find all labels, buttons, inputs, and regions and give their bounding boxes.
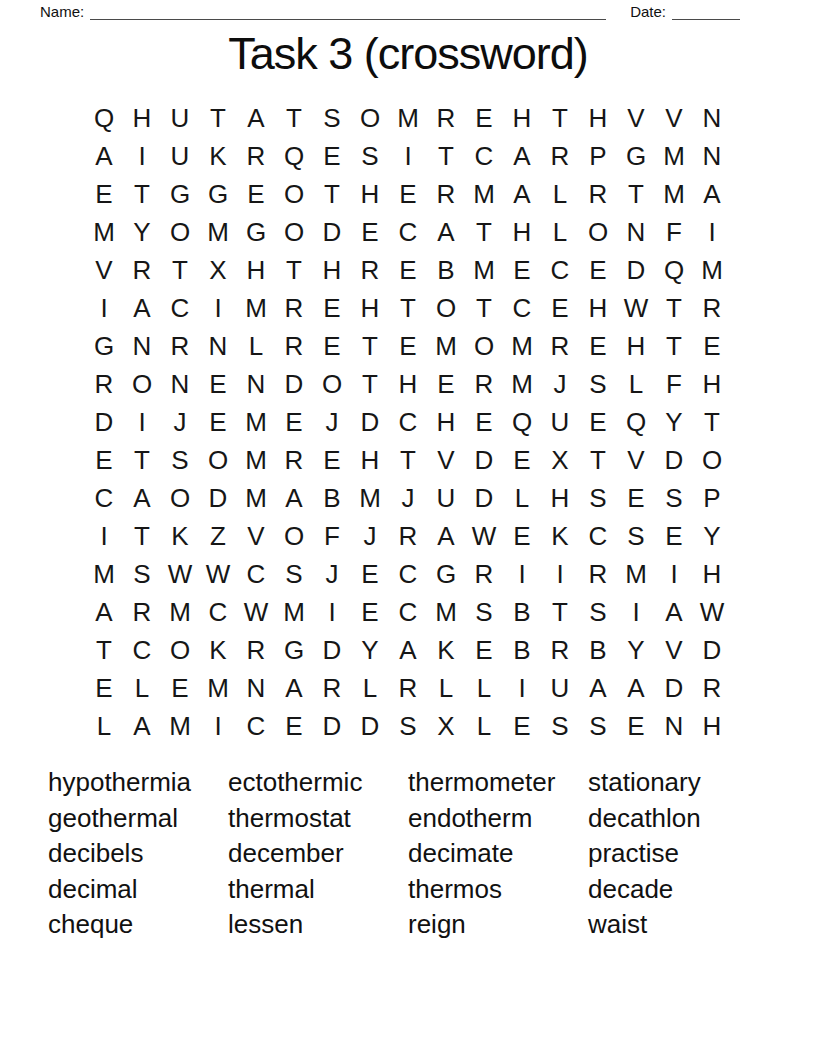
grid-cell-r16c13: U (541, 669, 579, 707)
grid-cell-r5c11: M (465, 251, 503, 289)
grid-cell-r2c6: Q (275, 137, 313, 175)
grid-cell-r14c8: E (351, 593, 389, 631)
grid-cell-r17c11: L (465, 707, 503, 745)
grid-cell-r5c14: E (579, 251, 617, 289)
grid-cell-r3c8: H (351, 175, 389, 213)
grid-cell-r16c4: M (199, 669, 237, 707)
grid-cell-r2c9: I (389, 137, 427, 175)
grid-cell-r2c14: P (579, 137, 617, 175)
grid-cell-r12c9: R (389, 517, 427, 555)
grid-cell-r1c8: O (351, 99, 389, 137)
grid-cell-r6c14: H (579, 289, 617, 327)
grid-cell-r8c16: F (655, 365, 693, 403)
grid-cell-r11c14: S (579, 479, 617, 517)
word-item: stationary (588, 765, 768, 801)
grid-cell-r1c10: R (427, 99, 465, 137)
grid-cell-r13c2: S (123, 555, 161, 593)
grid-cell-r14c13: T (541, 593, 579, 631)
grid-cell-r12c2: T (123, 517, 161, 555)
grid-cell-r15c9: A (389, 631, 427, 669)
grid-cell-r8c12: M (503, 365, 541, 403)
grid-cell-r8c11: R (465, 365, 503, 403)
word-item: waist (588, 907, 768, 943)
grid-cell-r6c9: T (389, 289, 427, 327)
grid-cell-r8c17: H (693, 365, 731, 403)
grid-cell-r10c5: M (237, 441, 275, 479)
grid-cell-r13c5: C (237, 555, 275, 593)
grid-cell-r8c3: N (161, 365, 199, 403)
word-item: decibels (48, 836, 228, 872)
grid-cell-r4c13: L (541, 213, 579, 251)
grid-cell-r4c5: G (237, 213, 275, 251)
grid-cell-r10c10: V (427, 441, 465, 479)
grid-cell-r9c7: J (313, 403, 351, 441)
worksheet-page: Name: Date: Task 3 (crossword) QHUTATSOM… (0, 0, 816, 1056)
grid-cell-r8c6: D (275, 365, 313, 403)
grid-cell-r3c14: R (579, 175, 617, 213)
grid-cell-r7c11: O (465, 327, 503, 365)
grid-cell-r6c16: T (655, 289, 693, 327)
grid-cell-r5c2: R (123, 251, 161, 289)
grid-cell-r6c2: A (123, 289, 161, 327)
grid-cell-r9c12: Q (503, 403, 541, 441)
word-item: thermal (228, 872, 408, 908)
grid-cell-r2c15: G (617, 137, 655, 175)
grid-cell-r14c17: W (693, 593, 731, 631)
grid-cell-r6c5: M (237, 289, 275, 327)
word-list-column-1: hypothermiageothermaldecibelsdecimalcheq… (48, 765, 228, 943)
grid-cell-r5c3: T (161, 251, 199, 289)
grid-cell-r12c17: Y (693, 517, 731, 555)
grid-cell-r17c3: M (161, 707, 199, 745)
grid-cell-r4c11: T (465, 213, 503, 251)
grid-cell-r13c1: M (85, 555, 123, 593)
grid-cell-r9c10: H (427, 403, 465, 441)
grid-cell-r7c7: E (313, 327, 351, 365)
grid-cell-r7c13: R (541, 327, 579, 365)
grid-cell-r1c16: V (655, 99, 693, 137)
grid-cell-r17c15: E (617, 707, 655, 745)
grid-cell-r9c5: M (237, 403, 275, 441)
grid-cell-r15c17: D (693, 631, 731, 669)
grid-cell-r15c13: R (541, 631, 579, 669)
grid-cell-r1c2: H (123, 99, 161, 137)
grid-cell-r1c15: V (617, 99, 655, 137)
grid-cell-r7c2: N (123, 327, 161, 365)
grid-cell-r4c3: O (161, 213, 199, 251)
grid-cell-r3c16: M (655, 175, 693, 213)
grid-cell-r12c13: K (541, 517, 579, 555)
word-item: december (228, 836, 408, 872)
grid-cell-r12c10: A (427, 517, 465, 555)
grid-cell-r4c9: C (389, 213, 427, 251)
grid-cell-r1c7: S (313, 99, 351, 137)
grid-cell-r3c2: T (123, 175, 161, 213)
grid-cell-r4c1: M (85, 213, 123, 251)
grid-cell-r4c12: H (503, 213, 541, 251)
grid-cell-r17c2: A (123, 707, 161, 745)
grid-cell-r14c10: M (427, 593, 465, 631)
grid-cell-r14c15: I (617, 593, 655, 631)
grid-cell-r3c1: E (85, 175, 123, 213)
grid-cell-r15c11: E (465, 631, 503, 669)
grid-cell-r9c1: D (85, 403, 123, 441)
grid-cell-r10c1: E (85, 441, 123, 479)
grid-cell-r13c14: R (579, 555, 617, 593)
grid-cell-r17c4: I (199, 707, 237, 745)
grid-cell-r7c6: R (275, 327, 313, 365)
grid-cell-r13c3: W (161, 555, 199, 593)
grid-cell-r16c12: I (503, 669, 541, 707)
grid-cell-r14c3: M (161, 593, 199, 631)
grid-cell-r12c8: J (351, 517, 389, 555)
grid-cell-r2c12: A (503, 137, 541, 175)
grid-cell-r9c11: E (465, 403, 503, 441)
grid-cell-r5c12: E (503, 251, 541, 289)
word-item: cheque (48, 907, 228, 943)
grid-cell-r4c2: Y (123, 213, 161, 251)
grid-cell-r6c1: I (85, 289, 123, 327)
grid-cell-r14c7: I (313, 593, 351, 631)
grid-cell-r16c17: R (693, 669, 731, 707)
grid-cell-r12c6: O (275, 517, 313, 555)
grid-cell-r4c14: O (579, 213, 617, 251)
grid-cell-r13c10: G (427, 555, 465, 593)
grid-cell-r2c5: R (237, 137, 275, 175)
grid-cell-r2c16: M (655, 137, 693, 175)
grid-cell-r10c11: D (465, 441, 503, 479)
grid-cell-r2c8: S (351, 137, 389, 175)
grid-cell-r10c3: S (161, 441, 199, 479)
grid-cell-r17c1: L (85, 707, 123, 745)
word-item: reign (408, 907, 588, 943)
grid-cell-r4c6: O (275, 213, 313, 251)
grid-cell-r9c2: I (123, 403, 161, 441)
grid-cell-r14c2: R (123, 593, 161, 631)
grid-cell-r16c7: R (313, 669, 351, 707)
grid-cell-r16c11: L (465, 669, 503, 707)
grid-cell-r12c15: S (617, 517, 655, 555)
grid-cell-r17c17: H (693, 707, 731, 745)
grid-cell-r14c12: B (503, 593, 541, 631)
grid-cell-r5c5: H (237, 251, 275, 289)
word-item: thermostat (228, 801, 408, 837)
grid-cell-r7c9: E (389, 327, 427, 365)
grid-cell-r16c1: E (85, 669, 123, 707)
grid-cell-r1c5: A (237, 99, 275, 137)
grid-cell-r2c2: I (123, 137, 161, 175)
grid-cell-r13c16: I (655, 555, 693, 593)
grid-cell-r9c15: Q (617, 403, 655, 441)
word-item: practise (588, 836, 768, 872)
word-item: geothermal (48, 801, 228, 837)
grid-cell-r10c13: X (541, 441, 579, 479)
grid-cell-r4c4: M (199, 213, 237, 251)
word-item: thermometer (408, 765, 588, 801)
grid-cell-r7c12: M (503, 327, 541, 365)
grid-cell-r9c3: J (161, 403, 199, 441)
grid-cell-r2c13: R (541, 137, 579, 175)
grid-cell-r13c7: J (313, 555, 351, 593)
grid-cell-r8c2: O (123, 365, 161, 403)
page-title: Task 3 (crossword) (0, 28, 816, 80)
grid-cell-r17c10: X (427, 707, 465, 745)
grid-cell-r14c14: S (579, 593, 617, 631)
grid-cell-r16c6: A (275, 669, 313, 707)
grid-cell-r7c10: M (427, 327, 465, 365)
grid-cell-r10c7: E (313, 441, 351, 479)
word-list-column-4: stationarydecathlonpractisedecadewaist (588, 765, 768, 943)
grid-cell-r16c10: L (427, 669, 465, 707)
grid-cell-r17c5: C (237, 707, 275, 745)
grid-cell-r5c16: Q (655, 251, 693, 289)
date-blank-line (672, 6, 740, 20)
grid-cell-r8c14: S (579, 365, 617, 403)
grid-cell-r14c6: M (275, 593, 313, 631)
grid-cell-r4c17: I (693, 213, 731, 251)
grid-cell-r8c9: H (389, 365, 427, 403)
grid-cell-r15c5: R (237, 631, 275, 669)
grid-cell-r5c17: M (693, 251, 731, 289)
grid-cell-r8c1: R (85, 365, 123, 403)
name-label: Name: (40, 3, 90, 20)
grid-cell-r13c6: S (275, 555, 313, 593)
word-list-column-3: thermometerendothermdecimatethermosreign (408, 765, 588, 943)
grid-cell-r10c2: T (123, 441, 161, 479)
grid-cell-r15c14: B (579, 631, 617, 669)
grid-cell-r8c15: L (617, 365, 655, 403)
grid-cell-r10c4: O (199, 441, 237, 479)
grid-cell-r10c12: E (503, 441, 541, 479)
grid-cell-r2c7: E (313, 137, 351, 175)
grid-cell-r6c4: I (199, 289, 237, 327)
grid-cell-r1c3: U (161, 99, 199, 137)
grid-cell-r5c7: H (313, 251, 351, 289)
grid-cell-r3c9: E (389, 175, 427, 213)
grid-cell-r3c15: T (617, 175, 655, 213)
grid-cell-r11c5: M (237, 479, 275, 517)
grid-cell-r1c4: T (199, 99, 237, 137)
grid-cell-r8c10: E (427, 365, 465, 403)
grid-cell-r16c2: L (123, 669, 161, 707)
name-blank-line (90, 6, 606, 20)
grid-cell-r14c5: W (237, 593, 275, 631)
date-label: Date: (630, 3, 672, 20)
grid-cell-r13c9: C (389, 555, 427, 593)
grid-cell-r11c11: D (465, 479, 503, 517)
grid-cell-r17c13: S (541, 707, 579, 745)
grid-cell-r7c3: R (161, 327, 199, 365)
grid-cell-r12c5: V (237, 517, 275, 555)
grid-cell-r13c11: R (465, 555, 503, 593)
grid-cell-r16c8: L (351, 669, 389, 707)
grid-cell-r6c3: C (161, 289, 199, 327)
grid-cell-r9c9: C (389, 403, 427, 441)
grid-cell-r12c11: W (465, 517, 503, 555)
grid-cell-r11c6: A (275, 479, 313, 517)
grid-cell-r15c7: D (313, 631, 351, 669)
grid-cell-r2c1: A (85, 137, 123, 175)
word-list: hypothermiageothermaldecibelsdecimalcheq… (48, 765, 816, 943)
grid-cell-r17c16: N (655, 707, 693, 745)
worksheet-header: Name: Date: (0, 0, 816, 20)
grid-cell-r3c13: L (541, 175, 579, 213)
grid-cell-r7c16: T (655, 327, 693, 365)
grid-cell-r1c13: T (541, 99, 579, 137)
grid-cell-r1c6: T (275, 99, 313, 137)
grid-cell-r16c5: N (237, 669, 275, 707)
grid-cell-r10c8: H (351, 441, 389, 479)
word-search-grid: QHUTATSOMREHTHVVNAIUKRQESITCARPGMNETGGEO… (85, 99, 731, 745)
grid-cell-r3c7: T (313, 175, 351, 213)
grid-cell-r12c12: E (503, 517, 541, 555)
grid-cell-r13c8: E (351, 555, 389, 593)
grid-cell-r2c10: T (427, 137, 465, 175)
grid-cell-r9c13: U (541, 403, 579, 441)
grid-cell-r5c10: B (427, 251, 465, 289)
word-list-column-2: ectothermicthermostatdecemberthermalless… (228, 765, 408, 943)
grid-cell-r13c4: W (199, 555, 237, 593)
grid-cell-r6c10: O (427, 289, 465, 327)
grid-cell-r7c5: L (237, 327, 275, 365)
grid-cell-r1c1: Q (85, 99, 123, 137)
grid-cell-r8c7: O (313, 365, 351, 403)
grid-cell-r15c6: G (275, 631, 313, 669)
grid-cell-r17c14: S (579, 707, 617, 745)
grid-cell-r1c17: N (693, 99, 731, 137)
grid-cell-r4c16: F (655, 213, 693, 251)
grid-cell-r15c12: B (503, 631, 541, 669)
grid-cell-r1c9: M (389, 99, 427, 137)
grid-cell-r15c8: Y (351, 631, 389, 669)
word-item: lessen (228, 907, 408, 943)
grid-cell-r17c12: E (503, 707, 541, 745)
grid-cell-r8c13: J (541, 365, 579, 403)
grid-cell-r1c12: H (503, 99, 541, 137)
grid-cell-r14c16: A (655, 593, 693, 631)
grid-cell-r11c3: O (161, 479, 199, 517)
grid-cell-r6c11: T (465, 289, 503, 327)
grid-cell-r5c1: V (85, 251, 123, 289)
grid-cell-r9c14: E (579, 403, 617, 441)
grid-cell-r13c15: M (617, 555, 655, 593)
grid-cell-r15c4: K (199, 631, 237, 669)
grid-cell-r11c2: A (123, 479, 161, 517)
grid-cell-r15c15: Y (617, 631, 655, 669)
grid-cell-r16c9: R (389, 669, 427, 707)
grid-cell-r3c12: A (503, 175, 541, 213)
grid-cell-r6c13: E (541, 289, 579, 327)
grid-cell-r3c3: G (161, 175, 199, 213)
grid-cell-r6c15: W (617, 289, 655, 327)
grid-cell-r14c1: A (85, 593, 123, 631)
grid-cell-r14c9: C (389, 593, 427, 631)
grid-cell-r16c14: A (579, 669, 617, 707)
grid-cell-r13c17: H (693, 555, 731, 593)
word-item: thermos (408, 872, 588, 908)
word-item: decathlon (588, 801, 768, 837)
grid-cell-r4c15: N (617, 213, 655, 251)
grid-cell-r1c14: H (579, 99, 617, 137)
word-item: decimate (408, 836, 588, 872)
grid-cell-r12c3: K (161, 517, 199, 555)
word-item: ectothermic (228, 765, 408, 801)
grid-cell-r6c12: C (503, 289, 541, 327)
grid-cell-r17c6: E (275, 707, 313, 745)
word-item: decimal (48, 872, 228, 908)
grid-cell-r6c7: E (313, 289, 351, 327)
grid-cell-r10c6: R (275, 441, 313, 479)
grid-cell-r11c15: E (617, 479, 655, 517)
grid-cell-r11c12: L (503, 479, 541, 517)
grid-cell-r7c1: G (85, 327, 123, 365)
grid-cell-r2c4: K (199, 137, 237, 175)
grid-cell-r4c7: D (313, 213, 351, 251)
grid-cell-r8c4: E (199, 365, 237, 403)
grid-cell-r17c9: S (389, 707, 427, 745)
grid-cell-r7c14: E (579, 327, 617, 365)
grid-cell-r5c4: X (199, 251, 237, 289)
grid-cell-r5c15: D (617, 251, 655, 289)
grid-cell-r11c9: J (389, 479, 427, 517)
grid-cell-r14c11: S (465, 593, 503, 631)
grid-cell-r8c8: T (351, 365, 389, 403)
grid-cell-r15c1: T (85, 631, 123, 669)
grid-cell-r3c10: R (427, 175, 465, 213)
grid-cell-r2c11: C (465, 137, 503, 175)
grid-cell-r7c4: N (199, 327, 237, 365)
grid-cell-r11c10: U (427, 479, 465, 517)
word-item: endotherm (408, 801, 588, 837)
grid-cell-r3c4: G (199, 175, 237, 213)
grid-cell-r3c5: E (237, 175, 275, 213)
grid-cell-r5c8: R (351, 251, 389, 289)
grid-cell-r9c6: E (275, 403, 313, 441)
grid-cell-r10c9: T (389, 441, 427, 479)
grid-cell-r9c16: Y (655, 403, 693, 441)
grid-cell-r5c9: E (389, 251, 427, 289)
grid-cell-r15c3: O (161, 631, 199, 669)
grid-cell-r17c8: D (351, 707, 389, 745)
grid-cell-r11c16: S (655, 479, 693, 517)
grid-cell-r12c1: I (85, 517, 123, 555)
grid-cell-r15c2: C (123, 631, 161, 669)
grid-cell-r7c15: H (617, 327, 655, 365)
grid-cell-r2c17: N (693, 137, 731, 175)
grid-cell-r10c16: D (655, 441, 693, 479)
grid-cell-r11c7: B (313, 479, 351, 517)
grid-cell-r11c1: C (85, 479, 123, 517)
grid-cell-r13c13: I (541, 555, 579, 593)
grid-cell-r7c17: E (693, 327, 731, 365)
word-item: decade (588, 872, 768, 908)
grid-cell-r16c15: A (617, 669, 655, 707)
grid-cell-r4c8: E (351, 213, 389, 251)
grid-cell-r10c17: O (693, 441, 731, 479)
word-item: hypothermia (48, 765, 228, 801)
grid-cell-r11c17: P (693, 479, 731, 517)
grid-cell-r14c4: C (199, 593, 237, 631)
grid-cell-r16c3: E (161, 669, 199, 707)
grid-cell-r13c12: I (503, 555, 541, 593)
grid-cell-r16c16: D (655, 669, 693, 707)
grid-cell-r3c11: M (465, 175, 503, 213)
grid-cell-r5c13: C (541, 251, 579, 289)
grid-cell-r8c5: N (237, 365, 275, 403)
grid-cell-r15c10: K (427, 631, 465, 669)
grid-cell-r9c4: E (199, 403, 237, 441)
grid-cell-r6c8: H (351, 289, 389, 327)
